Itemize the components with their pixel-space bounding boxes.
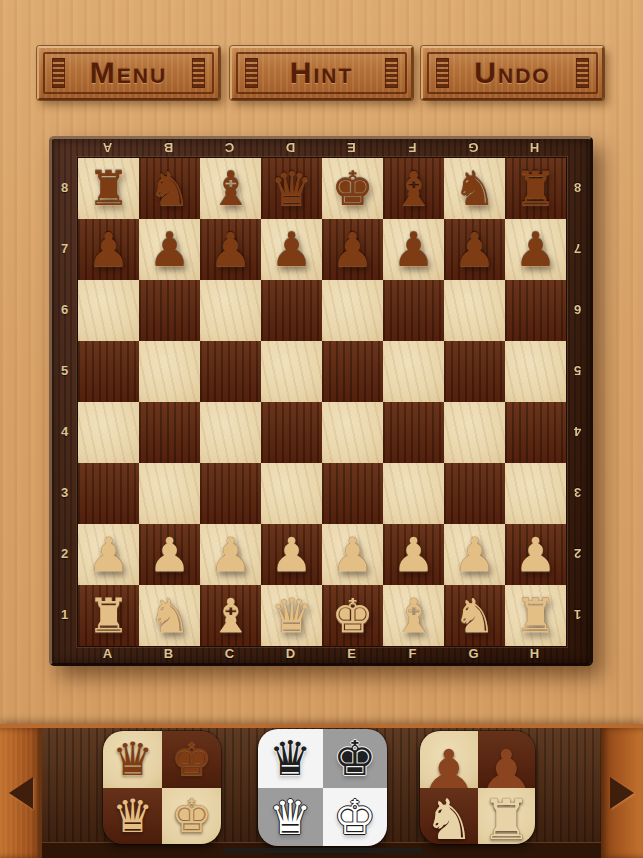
- black-pawn: ♟: [392, 219, 434, 280]
- square-d4[interactable]: [261, 402, 322, 463]
- square-h6[interactable]: [505, 280, 566, 341]
- square-e4[interactable]: [322, 402, 383, 463]
- coord-label-f: F: [382, 139, 443, 157]
- coord-label-d: D: [260, 139, 321, 157]
- square-c4[interactable]: [200, 402, 261, 463]
- coord-label-8: 8: [565, 157, 590, 218]
- square-h5[interactable]: [505, 341, 566, 402]
- next-set-arrow-button[interactable]: [601, 728, 643, 858]
- square-f3[interactable]: [383, 463, 444, 524]
- left-arrow-icon: [9, 777, 33, 809]
- tile-square-dark: ♚: [162, 731, 221, 788]
- square-e2[interactable]: ♟: [322, 524, 383, 585]
- square-d1[interactable]: ♛: [261, 585, 322, 646]
- square-c2[interactable]: ♟: [200, 524, 261, 585]
- light-rook: ♜: [481, 792, 531, 844]
- square-f4[interactable]: [383, 402, 444, 463]
- white-pawn: ♟: [331, 524, 373, 585]
- square-g6[interactable]: [444, 280, 505, 341]
- board-grid: ♜♞♝♛♚♝♞♜♟♟♟♟♟♟♟♟♟♟♟♟♟♟♟♟♜♞♝♛♚♝♞♜: [77, 157, 567, 647]
- hint-button[interactable]: Hint: [230, 46, 413, 100]
- square-e8[interactable]: ♚: [322, 158, 383, 219]
- square-g8[interactable]: ♞: [444, 158, 505, 219]
- white-bishop: ♝: [392, 585, 434, 646]
- ornament-strip-icon: [436, 58, 449, 88]
- square-g3[interactable]: [444, 463, 505, 524]
- coord-label-3: 3: [565, 462, 590, 523]
- black-pawn: ♟: [331, 219, 373, 280]
- square-b5[interactable]: [139, 341, 200, 402]
- ornament-strip-icon: [576, 58, 589, 88]
- light-queen: ♛: [112, 793, 153, 839]
- coord-label-6: 6: [565, 279, 590, 340]
- square-a2[interactable]: ♟: [78, 524, 139, 585]
- black-pawn: ♟: [514, 219, 556, 280]
- coord-label-5: 5: [52, 340, 77, 401]
- square-g1[interactable]: ♞: [444, 585, 505, 646]
- dark-king: ♚: [171, 736, 212, 782]
- tile-square-dark: ♟: [478, 731, 536, 788]
- white-king: ♚: [331, 585, 373, 646]
- tile-square-light: ♚: [162, 788, 221, 845]
- piece-set-tile-wood[interactable]: ♛♚♛♚: [103, 731, 221, 844]
- coord-label-6: 6: [52, 279, 77, 340]
- black-pawn: ♟: [148, 219, 190, 280]
- white-queen: ♛: [270, 585, 312, 646]
- square-d8[interactable]: ♛: [261, 158, 322, 219]
- white-pawn: ♟: [270, 524, 312, 585]
- hint-button-label: Hint: [290, 56, 354, 90]
- square-b3[interactable]: [139, 463, 200, 524]
- square-a7[interactable]: ♟: [78, 219, 139, 280]
- ornament-strip-icon: [192, 58, 205, 88]
- square-g7[interactable]: ♟: [444, 219, 505, 280]
- ornament-strip-icon: [385, 58, 398, 88]
- ornament-strip-icon: [245, 58, 258, 88]
- chess-board: ABCDEFGH ABCDEFGH 87654321 87654321 ♜♞♝♛…: [49, 136, 593, 666]
- square-e5[interactable]: [322, 341, 383, 402]
- square-c5[interactable]: [200, 341, 261, 402]
- square-c3[interactable]: [200, 463, 261, 524]
- white-bishop: ♝: [209, 585, 251, 646]
- square-d2[interactable]: ♟: [261, 524, 322, 585]
- menu-button[interactable]: Menu: [37, 46, 220, 100]
- coord-label-1: 1: [52, 584, 77, 645]
- square-a1[interactable]: ♜: [78, 585, 139, 646]
- white-rook: ♜: [87, 585, 129, 646]
- white-pawn: ♟: [392, 524, 434, 585]
- undo-button[interactable]: Undo: [421, 46, 604, 100]
- square-c8[interactable]: ♝: [200, 158, 261, 219]
- white-knight: ♞: [148, 585, 190, 646]
- tile-square-gray: ♚: [323, 729, 388, 788]
- white-rook: ♜: [514, 585, 556, 646]
- square-f1[interactable]: ♝: [383, 585, 444, 646]
- piece-set-tile-photo[interactable]: ♟♟♞♜: [420, 731, 535, 844]
- coord-label-a: A: [77, 139, 138, 157]
- square-a8[interactable]: ♜: [78, 158, 139, 219]
- square-b7[interactable]: ♟: [139, 219, 200, 280]
- tile-square-white: ♛: [258, 729, 323, 788]
- black-knight: ♞: [453, 158, 495, 219]
- square-g4[interactable]: [444, 402, 505, 463]
- square-a5[interactable]: [78, 341, 139, 402]
- coord-label-1: 1: [565, 584, 590, 645]
- square-d7[interactable]: ♟: [261, 219, 322, 280]
- black-king: ♚: [333, 734, 376, 782]
- square-b2[interactable]: ♟: [139, 524, 200, 585]
- square-f8[interactable]: ♝: [383, 158, 444, 219]
- coord-label-7: 7: [52, 218, 77, 279]
- square-a3[interactable]: [78, 463, 139, 524]
- square-c7[interactable]: ♟: [200, 219, 261, 280]
- black-king: ♚: [331, 158, 373, 219]
- square-h7[interactable]: ♟: [505, 219, 566, 280]
- coord-label-3: 3: [52, 462, 77, 523]
- square-h4[interactable]: [505, 402, 566, 463]
- ornament-strip-icon: [52, 58, 65, 88]
- black-bishop: ♝: [392, 158, 434, 219]
- square-b1[interactable]: ♞: [139, 585, 200, 646]
- white-pawn: ♟: [453, 524, 495, 585]
- square-a4[interactable]: [78, 402, 139, 463]
- menu-button-label: Menu: [90, 56, 167, 90]
- square-h8[interactable]: ♜: [505, 158, 566, 219]
- square-d3[interactable]: [261, 463, 322, 524]
- square-e6[interactable]: [322, 280, 383, 341]
- coord-label-4: 4: [565, 401, 590, 462]
- right-arrow-icon: [610, 777, 634, 809]
- tile-square-dark: ♛: [103, 788, 162, 845]
- black-rook: ♜: [87, 158, 129, 219]
- black-queen: ♛: [270, 158, 312, 219]
- undo-button-label: Undo: [474, 56, 550, 90]
- square-g5[interactable]: [444, 341, 505, 402]
- coord-label-8: 8: [52, 157, 77, 218]
- coord-label-c: C: [199, 139, 260, 157]
- dark-queen: ♛: [112, 736, 153, 782]
- dark-pawn: ♟: [478, 742, 536, 787]
- square-h1[interactable]: ♜: [505, 585, 566, 646]
- white-king: ♚: [333, 793, 376, 841]
- black-rook: ♜: [514, 158, 556, 219]
- white-pawn: ♟: [514, 524, 556, 585]
- tile-square-light: ♟: [420, 731, 478, 788]
- coord-label-5: 5: [565, 340, 590, 401]
- black-pawn: ♟: [270, 219, 312, 280]
- square-c1[interactable]: ♝: [200, 585, 261, 646]
- square-d5[interactable]: [261, 341, 322, 402]
- black-pawn: ♟: [209, 219, 251, 280]
- square-b6[interactable]: [139, 280, 200, 341]
- tile-square-dark: ♞: [420, 788, 478, 845]
- coord-label-b: B: [138, 139, 199, 157]
- square-f5[interactable]: [383, 341, 444, 402]
- coord-label-h: H: [504, 139, 565, 157]
- square-f7[interactable]: ♟: [383, 219, 444, 280]
- square-b8[interactable]: ♞: [139, 158, 200, 219]
- white-pawn: ♟: [209, 524, 251, 585]
- white-queen: ♛: [269, 793, 312, 841]
- square-g2[interactable]: ♟: [444, 524, 505, 585]
- square-a6[interactable]: [78, 280, 139, 341]
- square-f6[interactable]: [383, 280, 444, 341]
- black-pawn: ♟: [87, 219, 129, 280]
- tile-square-light: ♜: [478, 788, 536, 845]
- square-e1[interactable]: ♚: [322, 585, 383, 646]
- square-h3[interactable]: [505, 463, 566, 524]
- square-d6[interactable]: [261, 280, 322, 341]
- tile-square-light: ♛: [103, 731, 162, 788]
- tile-square-gray: ♛: [258, 788, 323, 847]
- black-knight: ♞: [148, 158, 190, 219]
- square-c6[interactable]: [200, 280, 261, 341]
- white-knight: ♞: [453, 585, 495, 646]
- previous-set-arrow-button[interactable]: [0, 728, 42, 858]
- black-queen: ♛: [269, 734, 312, 782]
- coord-label-g: G: [443, 139, 504, 157]
- light-king: ♚: [171, 793, 212, 839]
- black-bishop: ♝: [209, 158, 251, 219]
- tile-square-white: ♚: [323, 788, 388, 847]
- dark-pawn: ♟: [420, 742, 478, 787]
- square-e3[interactable]: [322, 463, 383, 524]
- square-f2[interactable]: ♟: [383, 524, 444, 585]
- square-e7[interactable]: ♟: [322, 219, 383, 280]
- white-pawn: ♟: [87, 524, 129, 585]
- square-h2[interactable]: ♟: [505, 524, 566, 585]
- coord-label-e: E: [321, 139, 382, 157]
- black-pawn: ♟: [453, 219, 495, 280]
- coord-label-4: 4: [52, 401, 77, 462]
- light-knight: ♞: [424, 792, 474, 844]
- coord-label-2: 2: [52, 523, 77, 584]
- coord-label-2: 2: [565, 523, 590, 584]
- piece-set-tile-flat[interactable]: ♛♚♛♚: [258, 729, 387, 846]
- home-indicator[interactable]: [222, 848, 423, 853]
- white-pawn: ♟: [148, 524, 190, 585]
- square-b4[interactable]: [139, 402, 200, 463]
- coord-label-7: 7: [565, 218, 590, 279]
